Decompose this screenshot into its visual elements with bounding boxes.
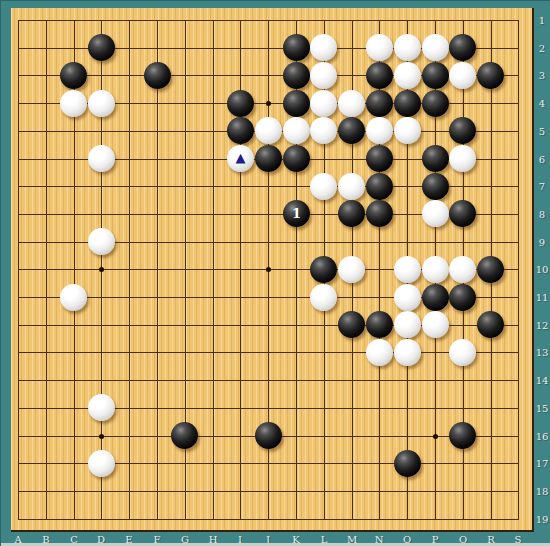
- black-stone: [283, 62, 310, 89]
- black-stone: [366, 200, 393, 227]
- black-stone: [171, 422, 198, 449]
- row-label: 15: [536, 403, 549, 414]
- black-stone: [60, 62, 87, 89]
- row-label: 12: [536, 320, 549, 331]
- row-label: 8: [539, 209, 545, 220]
- black-stone: [88, 34, 115, 61]
- last-move-triangle-stone: ▲: [227, 145, 254, 172]
- row-label: 11: [536, 292, 549, 303]
- white-stone: [394, 34, 421, 61]
- row-label: 10: [536, 264, 549, 275]
- grid-line: [18, 380, 519, 381]
- grid-line: [213, 20, 214, 520]
- white-stone: [310, 90, 337, 117]
- black-stone: [477, 62, 504, 89]
- black-stone: [449, 284, 476, 311]
- black-stone: [366, 62, 393, 89]
- black-stone: [338, 311, 365, 338]
- black-stone: [283, 145, 310, 172]
- go-board[interactable]: ▲1: [11, 8, 534, 532]
- black-stone: [366, 145, 393, 172]
- row-label: 4: [539, 98, 545, 109]
- star-point: [99, 434, 104, 439]
- black-stone: [422, 145, 449, 172]
- row-label: 16: [536, 431, 549, 442]
- white-stone: [310, 34, 337, 61]
- white-stone: [366, 34, 393, 61]
- black-stone: [227, 117, 254, 144]
- black-stone: [255, 145, 282, 172]
- white-stone: [394, 117, 421, 144]
- white-stone: [449, 62, 476, 89]
- black-stone: [366, 90, 393, 117]
- grid-line: [18, 352, 519, 353]
- black-stone: [422, 284, 449, 311]
- black-stone: [422, 62, 449, 89]
- black-stone: [449, 200, 476, 227]
- black-stone: [227, 90, 254, 117]
- white-stone: [338, 90, 365, 117]
- row-label: 19: [536, 514, 549, 525]
- white-stone: [88, 90, 115, 117]
- white-stone: [394, 256, 421, 283]
- row-label: 18: [536, 486, 549, 497]
- star-point: [266, 101, 271, 106]
- grid-line: [518, 20, 519, 520]
- white-stone: [60, 284, 87, 311]
- black-stone: [338, 200, 365, 227]
- white-stone: [88, 145, 115, 172]
- white-stone: [422, 256, 449, 283]
- white-stone: [394, 62, 421, 89]
- white-stone: [310, 117, 337, 144]
- white-stone: [449, 339, 476, 366]
- white-stone: [422, 34, 449, 61]
- white-stone: [366, 117, 393, 144]
- black-stone: [310, 256, 337, 283]
- white-stone: [60, 90, 87, 117]
- row-label: 17: [536, 458, 549, 469]
- triangle-marker-icon: ▲: [236, 151, 246, 164]
- row-label: 13: [536, 347, 549, 358]
- black-stone: [366, 173, 393, 200]
- row-label: 14: [536, 375, 549, 386]
- white-stone: [366, 339, 393, 366]
- black-stone: [394, 90, 421, 117]
- black-stone: [338, 117, 365, 144]
- move-number-label: 1: [292, 207, 301, 220]
- white-stone: [338, 256, 365, 283]
- black-stone: [449, 34, 476, 61]
- grid-line: [129, 20, 130, 520]
- black-stone: [144, 62, 171, 89]
- grid-line: [18, 519, 519, 520]
- grid-line: [157, 20, 158, 520]
- row-label: 9: [539, 237, 545, 248]
- white-stone: [310, 173, 337, 200]
- grid-line: [46, 20, 47, 520]
- black-stone: [449, 117, 476, 144]
- white-stone: [422, 311, 449, 338]
- star-point: [266, 267, 271, 272]
- white-stone: [88, 228, 115, 255]
- white-stone: [88, 394, 115, 421]
- black-stone: [283, 90, 310, 117]
- white-stone: [394, 284, 421, 311]
- black-stone: [422, 173, 449, 200]
- white-stone: [338, 173, 365, 200]
- black-stone: [366, 311, 393, 338]
- black-stone: [477, 311, 504, 338]
- white-stone: [449, 145, 476, 172]
- white-stone: [310, 284, 337, 311]
- row-label: 1: [539, 15, 545, 26]
- row-label: 7: [539, 181, 545, 192]
- white-stone: [422, 200, 449, 227]
- grid-line: [18, 491, 519, 492]
- row-label: 3: [539, 70, 545, 81]
- star-point: [433, 434, 438, 439]
- star-point: [99, 267, 104, 272]
- grid-line: [18, 20, 19, 520]
- black-stone: [255, 422, 282, 449]
- black-stone: [477, 256, 504, 283]
- row-label: 6: [539, 154, 545, 165]
- white-stone: [394, 311, 421, 338]
- white-stone: [88, 450, 115, 477]
- white-stone: [255, 117, 282, 144]
- white-stone: [283, 117, 310, 144]
- white-stone: [394, 339, 421, 366]
- black-stone: [449, 422, 476, 449]
- black-stone: [422, 90, 449, 117]
- go-client-window: ▲1 ABCDEFGHIJKLMNOPQRS 12345678910111213…: [0, 0, 550, 546]
- row-label: 2: [539, 43, 545, 54]
- black-stone: [394, 450, 421, 477]
- black-stone: [283, 34, 310, 61]
- move-1-stone: 1: [283, 200, 310, 227]
- row-label: 5: [539, 126, 545, 137]
- white-stone: [449, 256, 476, 283]
- white-stone: [310, 62, 337, 89]
